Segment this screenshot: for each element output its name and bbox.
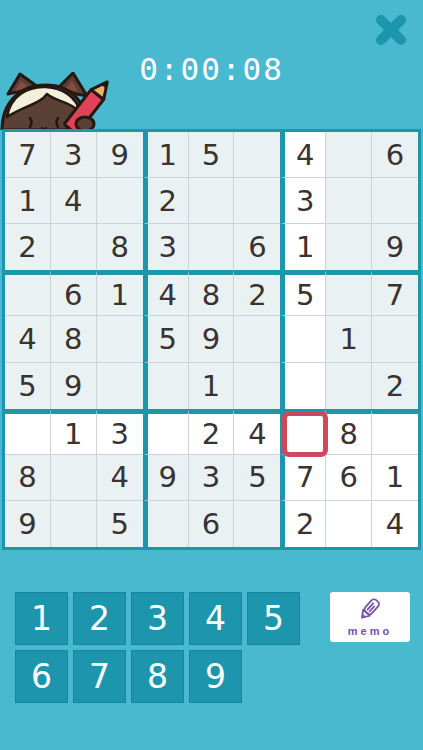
cell-r9c7[interactable]: 2 [280,501,326,547]
cell-r9c1[interactable]: 9 [5,501,51,547]
cell-r4c8[interactable] [326,270,372,316]
numpad-button-5[interactable]: 5 [247,592,300,645]
cell-r2c1[interactable]: 1 [5,178,51,224]
cell-r5c1[interactable]: 4 [5,316,51,362]
cell-r8c7[interactable]: 7 [280,455,326,501]
cell-r4c2[interactable]: 6 [51,270,97,316]
cell-r6c4[interactable] [143,363,189,409]
numpad-row: 6789 [15,650,300,703]
cat-with-pencil-icon [0,72,120,130]
numpad-button-3[interactable]: 3 [131,592,184,645]
cell-r1c9[interactable]: 6 [372,132,418,178]
cell-r3c3[interactable]: 8 [97,224,143,270]
cell-r6c2[interactable]: 9 [51,363,97,409]
cell-r1c5[interactable]: 5 [189,132,235,178]
cell-r7c2[interactable]: 1 [51,409,97,455]
cell-r6c3[interactable] [97,363,143,409]
numpad-button-7[interactable]: 7 [73,650,126,703]
cell-r5c3[interactable] [97,316,143,362]
cell-r9c6[interactable] [234,501,280,547]
cell-r7c9[interactable] [372,409,418,455]
cell-r2c5[interactable] [189,178,235,224]
numpad-button-9[interactable]: 9 [189,650,242,703]
cell-r2c9[interactable] [372,178,418,224]
close-icon [373,12,409,48]
numpad-button-4[interactable]: 4 [189,592,242,645]
cell-r9c4[interactable] [143,501,189,547]
cell-r3c5[interactable] [189,224,235,270]
cell-r1c2[interactable]: 3 [51,132,97,178]
cell-r6c7[interactable] [280,363,326,409]
cell-r6c5[interactable]: 1 [189,363,235,409]
cell-r2c6[interactable] [234,178,280,224]
cell-r5c2[interactable]: 8 [51,316,97,362]
cell-r9c3[interactable]: 5 [97,501,143,547]
cell-r4c7[interactable]: 5 [280,270,326,316]
cell-r3c1[interactable]: 2 [5,224,51,270]
cell-r7c1[interactable] [5,409,51,455]
cell-r3c8[interactable] [326,224,372,270]
cell-r4c4[interactable]: 4 [143,270,189,316]
cell-r5c7[interactable] [280,316,326,362]
cell-r9c9[interactable]: 4 [372,501,418,547]
cell-r3c2[interactable] [51,224,97,270]
cell-r2c2[interactable]: 4 [51,178,97,224]
cell-r8c8[interactable]: 6 [326,455,372,501]
cell-r1c1[interactable]: 7 [5,132,51,178]
cell-r5c5[interactable]: 9 [189,316,235,362]
cell-r3c6[interactable]: 6 [234,224,280,270]
numpad-button-1[interactable]: 1 [15,592,68,645]
cell-r5c4[interactable]: 5 [143,316,189,362]
cell-r6c1[interactable]: 5 [5,363,51,409]
cell-r5c9[interactable] [372,316,418,362]
sudoku-app-screen: 0:00:08 73915461423283619614825748591591… [0,0,423,750]
numpad-button-8[interactable]: 8 [131,650,184,703]
cell-r2c7[interactable]: 3 [280,178,326,224]
cell-r1c8[interactable] [326,132,372,178]
cell-r8c9[interactable]: 1 [372,455,418,501]
cell-r8c5[interactable]: 3 [189,455,235,501]
cell-r3c9[interactable]: 9 [372,224,418,270]
memo-label: memo [348,626,392,637]
cell-r6c6[interactable] [234,363,280,409]
cell-r6c8[interactable] [326,363,372,409]
cell-r2c3[interactable] [97,178,143,224]
numpad-button-6[interactable]: 6 [15,650,68,703]
close-button[interactable] [371,10,411,50]
cell-r7c8[interactable]: 8 [326,409,372,455]
cell-r7c7[interactable] [280,409,326,455]
cell-r9c5[interactable]: 6 [189,501,235,547]
cell-r4c9[interactable]: 7 [372,270,418,316]
memo-pencil-icon [355,596,385,626]
cell-r4c6[interactable]: 2 [234,270,280,316]
cell-r8c4[interactable]: 9 [143,455,189,501]
memo-button[interactable]: memo [330,592,410,642]
cell-r5c6[interactable] [234,316,280,362]
cell-r9c2[interactable] [51,501,97,547]
cat-mascot [0,72,120,130]
cell-r5c8[interactable]: 1 [326,316,372,362]
cell-r8c2[interactable] [51,455,97,501]
cell-r2c8[interactable] [326,178,372,224]
cell-r9c8[interactable] [326,501,372,547]
cell-r7c6[interactable]: 4 [234,409,280,455]
cell-r3c7[interactable]: 1 [280,224,326,270]
cell-r8c6[interactable]: 5 [234,455,280,501]
cell-r7c5[interactable]: 2 [189,409,235,455]
cell-r1c4[interactable]: 1 [143,132,189,178]
numpad-row: 12345 [15,592,300,645]
cell-r4c1[interactable] [5,270,51,316]
cell-r3c4[interactable]: 3 [143,224,189,270]
cell-r1c7[interactable]: 4 [280,132,326,178]
cell-r1c3[interactable]: 9 [97,132,143,178]
numpad: 123456789 [15,592,300,703]
cell-r7c3[interactable]: 3 [97,409,143,455]
sudoku-grid: 7391546142328361961482574859159121324884… [2,129,421,550]
cell-r1c6[interactable] [234,132,280,178]
cell-r2c4[interactable]: 2 [143,178,189,224]
numpad-button-2[interactable]: 2 [73,592,126,645]
cell-r7c4[interactable] [143,409,189,455]
cell-r8c1[interactable]: 8 [5,455,51,501]
cell-r4c5[interactable]: 8 [189,270,235,316]
cell-r6c9[interactable]: 2 [372,363,418,409]
cell-r4c3[interactable]: 1 [97,270,143,316]
cell-r8c3[interactable]: 4 [97,455,143,501]
